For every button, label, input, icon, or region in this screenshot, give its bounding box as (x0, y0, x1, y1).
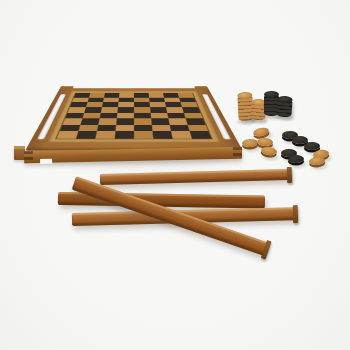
tray-rail-corner-right (194, 86, 208, 89)
square-b2 (78, 125, 98, 132)
square-h2 (188, 125, 209, 132)
checker-stack-black (276, 98, 292, 117)
tray-rail-corner-left (60, 86, 74, 89)
board-margin (48, 91, 220, 142)
checker-disc-black (288, 155, 304, 163)
square-h1 (190, 131, 212, 138)
checker-disc-light (309, 156, 326, 165)
checker-stack-top-face (264, 91, 279, 98)
square-g1 (171, 131, 192, 138)
checker-disc-light (261, 146, 278, 156)
checker-disc-light (257, 138, 273, 147)
square-e2 (134, 125, 153, 132)
square-g2 (170, 125, 190, 132)
square-c1 (95, 131, 115, 138)
wooden-rail-slat-1 (100, 169, 290, 185)
tray-foot-notch (40, 159, 52, 164)
checkerboard-grid (55, 93, 213, 140)
square-e1 (134, 131, 153, 138)
product-photo-stage (0, 0, 350, 350)
checker-stack-top-face (277, 96, 292, 104)
checker-stack-top-face (237, 92, 252, 100)
board-tray-top (25, 88, 243, 151)
checker-disc-black (304, 142, 320, 150)
checker-disc-light (242, 138, 259, 147)
checker-disc-light (252, 126, 269, 138)
square-d2 (115, 125, 134, 132)
square-d1 (115, 131, 134, 138)
square-b1 (76, 131, 97, 138)
square-f1 (153, 131, 173, 138)
square-f2 (152, 125, 171, 132)
square-c2 (97, 125, 116, 132)
